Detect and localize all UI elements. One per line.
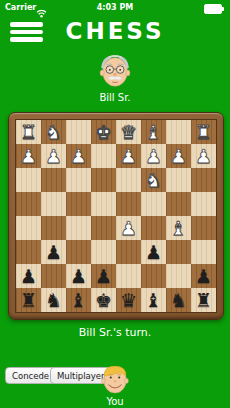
square-a8[interactable]: ♜ — [191, 288, 216, 312]
square-g2[interactable]: ♟ — [41, 144, 66, 168]
chess-board: ♜♞♚♛♝♜♟♟♟♟♟♟♟♞♟♝♟♟♟♟♟♟♜♞♝♚♛♝♞♜ — [8, 112, 224, 320]
square-b8[interactable]: ♞ — [166, 288, 191, 312]
square-g5[interactable] — [41, 216, 66, 240]
square-f2[interactable]: ♟ — [66, 144, 91, 168]
white-bishop: ♝ — [145, 123, 162, 142]
white-rook: ♜ — [195, 123, 212, 142]
square-g8[interactable]: ♞ — [41, 288, 66, 312]
square-h8[interactable]: ♜ — [16, 288, 41, 312]
battery-icon — [204, 4, 222, 14]
app-screen: Carrier 4:03 PM CHESS — [0, 0, 230, 408]
square-h5[interactable] — [16, 216, 41, 240]
white-knight: ♞ — [145, 171, 162, 190]
square-a2[interactable]: ♟ — [191, 144, 216, 168]
square-g4[interactable] — [41, 192, 66, 216]
square-d5[interactable]: ♟ — [116, 216, 141, 240]
black-knight: ♞ — [170, 291, 187, 310]
square-c5[interactable] — [141, 216, 166, 240]
square-c3[interactable]: ♞ — [141, 168, 166, 192]
square-h4[interactable] — [16, 192, 41, 216]
white-pawn: ♟ — [120, 219, 137, 238]
square-a3[interactable] — [191, 168, 216, 192]
square-e2[interactable] — [91, 144, 116, 168]
app-title: CHESS — [0, 18, 230, 44]
square-f6[interactable] — [66, 240, 91, 264]
square-d6[interactable] — [116, 240, 141, 264]
player-avatar — [99, 362, 131, 395]
square-b1[interactable] — [166, 120, 191, 144]
black-bishop: ♝ — [70, 291, 87, 310]
square-f7[interactable]: ♟ — [66, 264, 91, 288]
black-king: ♚ — [95, 291, 112, 310]
black-bishop: ♝ — [145, 291, 162, 310]
square-b2[interactable]: ♟ — [166, 144, 191, 168]
square-d4[interactable] — [116, 192, 141, 216]
opponent-name: Bill Sr. — [0, 92, 230, 103]
square-f1[interactable] — [66, 120, 91, 144]
square-e4[interactable] — [91, 192, 116, 216]
white-pawn: ♟ — [20, 147, 37, 166]
square-c1[interactable]: ♝ — [141, 120, 166, 144]
player-name: You — [0, 396, 230, 407]
black-pawn: ♟ — [45, 243, 62, 262]
black-pawn: ♟ — [20, 267, 37, 286]
square-h2[interactable]: ♟ — [16, 144, 41, 168]
white-knight: ♞ — [45, 123, 62, 142]
white-pawn: ♟ — [45, 147, 62, 166]
square-f8[interactable]: ♝ — [66, 288, 91, 312]
white-pawn: ♟ — [145, 147, 162, 166]
black-pawn: ♟ — [145, 243, 162, 262]
square-a4[interactable] — [191, 192, 216, 216]
board-grid: ♜♞♚♛♝♜♟♟♟♟♟♟♟♞♟♝♟♟♟♟♟♟♜♞♝♚♛♝♞♜ — [15, 119, 217, 313]
white-queen: ♛ — [120, 123, 137, 142]
square-f4[interactable] — [66, 192, 91, 216]
status-bar: Carrier 4:03 PM — [0, 0, 230, 16]
square-h6[interactable] — [16, 240, 41, 264]
square-h7[interactable]: ♟ — [16, 264, 41, 288]
square-f3[interactable] — [66, 168, 91, 192]
square-d8[interactable]: ♛ — [116, 288, 141, 312]
square-a5[interactable] — [191, 216, 216, 240]
square-d1[interactable]: ♛ — [116, 120, 141, 144]
square-e7[interactable]: ♟ — [91, 264, 116, 288]
square-b3[interactable] — [166, 168, 191, 192]
square-e1[interactable]: ♚ — [91, 120, 116, 144]
concede-button[interactable]: Concede — [5, 367, 56, 384]
square-b4[interactable] — [166, 192, 191, 216]
square-e8[interactable]: ♚ — [91, 288, 116, 312]
opponent-avatar — [96, 52, 134, 90]
black-knight: ♞ — [45, 291, 62, 310]
square-a7[interactable]: ♟ — [191, 264, 216, 288]
white-pawn: ♟ — [120, 147, 137, 166]
square-c2[interactable]: ♟ — [141, 144, 166, 168]
white-pawn: ♟ — [70, 147, 87, 166]
white-pawn: ♟ — [170, 147, 187, 166]
square-c6[interactable]: ♟ — [141, 240, 166, 264]
square-d7[interactable] — [116, 264, 141, 288]
square-a6[interactable] — [191, 240, 216, 264]
black-rook: ♜ — [195, 291, 212, 310]
square-g7[interactable] — [41, 264, 66, 288]
black-pawn: ♟ — [195, 267, 212, 286]
white-king: ♚ — [95, 123, 112, 142]
square-h1[interactable]: ♜ — [16, 120, 41, 144]
square-h3[interactable] — [16, 168, 41, 192]
square-a1[interactable]: ♜ — [191, 120, 216, 144]
white-rook: ♜ — [20, 123, 37, 142]
turn-status-text: Bill Sr.'s turn. — [0, 326, 230, 339]
square-c8[interactable]: ♝ — [141, 288, 166, 312]
black-queen: ♛ — [120, 291, 137, 310]
square-d3[interactable] — [116, 168, 141, 192]
square-f5[interactable] — [66, 216, 91, 240]
square-c7[interactable] — [141, 264, 166, 288]
clock-label: 4:03 PM — [0, 3, 230, 12]
square-e3[interactable] — [91, 168, 116, 192]
square-d2[interactable]: ♟ — [116, 144, 141, 168]
black-pawn: ♟ — [95, 267, 112, 286]
square-g6[interactable]: ♟ — [41, 240, 66, 264]
square-c4[interactable] — [141, 192, 166, 216]
black-pawn: ♟ — [70, 267, 87, 286]
square-b6[interactable] — [166, 240, 191, 264]
black-rook: ♜ — [20, 291, 37, 310]
square-g1[interactable]: ♞ — [41, 120, 66, 144]
square-g3[interactable] — [41, 168, 66, 192]
white-bishop: ♝ — [170, 219, 187, 238]
square-b5[interactable]: ♝ — [166, 216, 191, 240]
square-e5[interactable] — [91, 216, 116, 240]
square-b7[interactable] — [166, 264, 191, 288]
square-e6[interactable] — [91, 240, 116, 264]
white-pawn: ♟ — [195, 147, 212, 166]
